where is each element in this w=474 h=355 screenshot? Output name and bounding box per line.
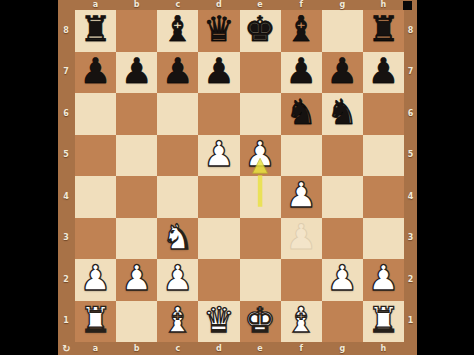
square-h8[interactable]: ♜ bbox=[363, 10, 404, 52]
square-c6[interactable] bbox=[157, 93, 198, 135]
square-d6[interactable] bbox=[198, 93, 239, 135]
flip-board-icon[interactable]: ↻ bbox=[60, 343, 73, 354]
white-bishop-piece[interactable]: ♝ bbox=[162, 303, 193, 338]
file-label-top-f: f bbox=[299, 1, 302, 9]
black-pawn-piece[interactable]: ♟ bbox=[121, 54, 152, 89]
white-king-piece[interactable]: ♚ bbox=[244, 303, 275, 338]
square-e8[interactable]: ♚ bbox=[240, 10, 281, 52]
white-rook-piece[interactable]: ♜ bbox=[80, 303, 111, 338]
chess-board: ♜♝♛♚♝♜♟♟♟♟♟♟♟♞♞♟♟♟♞♟♟♟♟♟♟♜♝♛♚♝♜ aabbccdd… bbox=[58, 0, 417, 355]
file-label-top-g: g bbox=[339, 1, 345, 9]
square-b3[interactable] bbox=[116, 218, 157, 260]
square-g7[interactable]: ♟ bbox=[322, 52, 363, 94]
square-c2[interactable]: ♟ bbox=[157, 259, 198, 301]
file-label-top-b: b bbox=[134, 1, 140, 9]
square-f4[interactable]: ♟ bbox=[281, 176, 322, 218]
square-a2[interactable]: ♟ bbox=[75, 259, 116, 301]
file-label-top-e: e bbox=[257, 1, 262, 9]
file-label-top-d: d bbox=[216, 1, 222, 9]
square-e6[interactable] bbox=[240, 93, 281, 135]
rank-label-right-7: 7 bbox=[408, 68, 414, 76]
square-f1[interactable]: ♝ bbox=[281, 301, 322, 343]
white-pawn-piece[interactable]: ♟ bbox=[203, 137, 234, 172]
square-d1[interactable]: ♛ bbox=[198, 301, 239, 343]
white-pawn-piece[interactable]: ♟ bbox=[162, 261, 193, 296]
square-a5[interactable] bbox=[75, 135, 116, 177]
square-g5[interactable] bbox=[322, 135, 363, 177]
square-f8[interactable]: ♝ bbox=[281, 10, 322, 52]
black-queen-piece[interactable]: ♛ bbox=[203, 12, 234, 47]
square-c7[interactable]: ♟ bbox=[157, 52, 198, 94]
square-g3[interactable] bbox=[322, 218, 363, 260]
square-a6[interactable] bbox=[75, 93, 116, 135]
square-e7[interactable] bbox=[240, 52, 281, 94]
square-d8[interactable]: ♛ bbox=[198, 10, 239, 52]
black-bishop-piece[interactable]: ♝ bbox=[285, 12, 316, 47]
white-pawn-piece[interactable]: ♟ bbox=[80, 261, 111, 296]
black-pawn-piece[interactable]: ♟ bbox=[327, 54, 358, 89]
square-f7[interactable]: ♟ bbox=[281, 52, 322, 94]
rank-label-left-8: 8 bbox=[63, 27, 69, 35]
square-h7[interactable]: ♟ bbox=[363, 52, 404, 94]
file-label-top-a: a bbox=[93, 1, 98, 9]
rank-label-right-3: 3 bbox=[408, 234, 414, 242]
black-pawn-piece[interactable]: ♟ bbox=[80, 54, 111, 89]
square-a3[interactable] bbox=[75, 218, 116, 260]
square-d7[interactable]: ♟ bbox=[198, 52, 239, 94]
white-pawn-piece[interactable]: ♟ bbox=[244, 137, 275, 172]
square-f3[interactable]: ♟ bbox=[281, 218, 322, 260]
square-b6[interactable] bbox=[116, 93, 157, 135]
file-label-top-h: h bbox=[381, 1, 387, 9]
rank-label-right-1: 1 bbox=[408, 317, 414, 325]
corner-marker-icon bbox=[403, 1, 412, 10]
square-b7[interactable]: ♟ bbox=[116, 52, 157, 94]
rank-label-right-6: 6 bbox=[408, 110, 414, 118]
square-h5[interactable] bbox=[363, 135, 404, 177]
white-bishop-piece[interactable]: ♝ bbox=[285, 303, 316, 338]
square-e5[interactable]: ♟ bbox=[240, 135, 281, 177]
white-pawn-piece[interactable]: ♟ bbox=[121, 261, 152, 296]
black-pawn-piece[interactable]: ♟ bbox=[162, 54, 193, 89]
square-f2[interactable] bbox=[281, 259, 322, 301]
square-e2[interactable] bbox=[240, 259, 281, 301]
rank-label-left-6: 6 bbox=[63, 110, 69, 118]
black-king-piece[interactable]: ♚ bbox=[244, 12, 275, 47]
file-label-bottom-b: b bbox=[134, 345, 140, 353]
square-e3[interactable] bbox=[240, 218, 281, 260]
square-b8[interactable] bbox=[116, 10, 157, 52]
square-c3[interactable]: ♞ bbox=[157, 218, 198, 260]
square-e4[interactable] bbox=[240, 176, 281, 218]
black-knight-piece[interactable]: ♞ bbox=[327, 95, 358, 130]
square-h2[interactable]: ♟ bbox=[363, 259, 404, 301]
square-b1[interactable] bbox=[116, 301, 157, 343]
square-d3[interactable] bbox=[198, 218, 239, 260]
square-h1[interactable]: ♜ bbox=[363, 301, 404, 343]
white-pawn-piece[interactable]: ♟ bbox=[327, 261, 358, 296]
white-knight-piece[interactable]: ♞ bbox=[162, 220, 193, 255]
rank-label-left-7: 7 bbox=[63, 68, 69, 76]
square-g6[interactable]: ♞ bbox=[322, 93, 363, 135]
square-c4[interactable] bbox=[157, 176, 198, 218]
file-label-bottom-f: f bbox=[299, 345, 302, 353]
square-b4[interactable] bbox=[116, 176, 157, 218]
rank-label-left-3: 3 bbox=[63, 234, 69, 242]
square-f6[interactable]: ♞ bbox=[281, 93, 322, 135]
square-d2[interactable] bbox=[198, 259, 239, 301]
board-squares-grid: ♜♝♛♚♝♜♟♟♟♟♟♟♟♞♞♟♟♟♞♟♟♟♟♟♟♜♝♛♚♝♜ bbox=[75, 10, 404, 342]
square-a4[interactable] bbox=[75, 176, 116, 218]
square-e1[interactable]: ♚ bbox=[240, 301, 281, 343]
square-g4[interactable] bbox=[322, 176, 363, 218]
square-d4[interactable] bbox=[198, 176, 239, 218]
rank-label-right-5: 5 bbox=[408, 151, 414, 159]
black-bishop-piece[interactable]: ♝ bbox=[162, 12, 193, 47]
file-label-bottom-h: h bbox=[381, 345, 387, 353]
square-g2[interactable]: ♟ bbox=[322, 259, 363, 301]
black-pawn-piece[interactable]: ♟ bbox=[285, 54, 316, 89]
square-c8[interactable]: ♝ bbox=[157, 10, 198, 52]
rank-label-left-4: 4 bbox=[63, 193, 69, 201]
square-a1[interactable]: ♜ bbox=[75, 301, 116, 343]
black-pawn-piece[interactable]: ♟ bbox=[368, 54, 399, 89]
rank-label-left-2: 2 bbox=[63, 276, 69, 284]
square-h6[interactable] bbox=[363, 93, 404, 135]
square-c1[interactable]: ♝ bbox=[157, 301, 198, 343]
file-label-bottom-c: c bbox=[175, 345, 180, 353]
square-c5[interactable] bbox=[157, 135, 198, 177]
motion-ghost-pawn-artifact: ♟ bbox=[285, 220, 316, 255]
black-rook-piece[interactable]: ♜ bbox=[80, 12, 111, 47]
rank-label-left-1: 1 bbox=[63, 317, 69, 325]
square-b2[interactable]: ♟ bbox=[116, 259, 157, 301]
file-label-bottom-a: a bbox=[93, 345, 98, 353]
rank-label-right-2: 2 bbox=[408, 276, 414, 284]
square-g1[interactable] bbox=[322, 301, 363, 343]
white-pawn-piece[interactable]: ♟ bbox=[285, 178, 316, 213]
square-g8[interactable] bbox=[322, 10, 363, 52]
rank-label-left-5: 5 bbox=[63, 151, 69, 159]
file-label-bottom-e: e bbox=[257, 345, 262, 353]
file-label-bottom-g: g bbox=[339, 345, 345, 353]
square-b5[interactable] bbox=[116, 135, 157, 177]
black-knight-piece[interactable]: ♞ bbox=[285, 95, 316, 130]
square-a7[interactable]: ♟ bbox=[75, 52, 116, 94]
white-rook-piece[interactable]: ♜ bbox=[368, 303, 399, 338]
rank-label-right-4: 4 bbox=[408, 193, 414, 201]
file-label-top-c: c bbox=[175, 1, 180, 9]
square-h4[interactable] bbox=[363, 176, 404, 218]
file-label-bottom-d: d bbox=[216, 345, 222, 353]
white-queen-piece[interactable]: ♛ bbox=[203, 303, 234, 338]
square-d5[interactable]: ♟ bbox=[198, 135, 239, 177]
square-h3[interactable] bbox=[363, 218, 404, 260]
rank-label-right-8: 8 bbox=[408, 27, 414, 35]
square-f5[interactable] bbox=[281, 135, 322, 177]
black-pawn-piece[interactable]: ♟ bbox=[203, 54, 234, 89]
white-pawn-piece[interactable]: ♟ bbox=[368, 261, 399, 296]
black-rook-piece[interactable]: ♜ bbox=[368, 12, 399, 47]
square-a8[interactable]: ♜ bbox=[75, 10, 116, 52]
